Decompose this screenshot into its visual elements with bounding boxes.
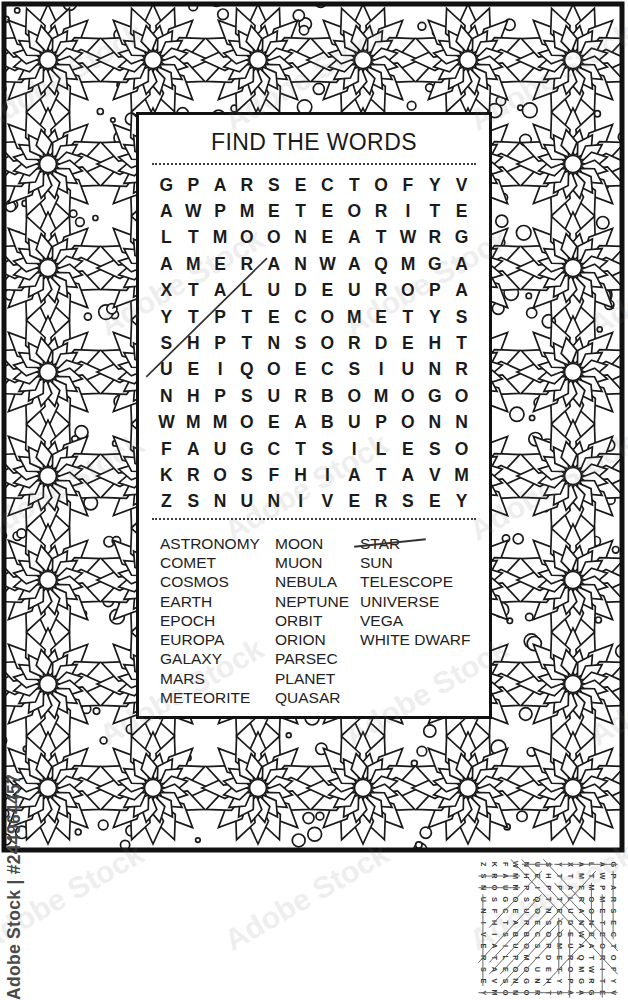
grid-cell: R: [234, 172, 261, 198]
grid-cell: T: [368, 462, 395, 488]
grid-cell: Z: [153, 489, 180, 515]
grid-cell: O: [314, 304, 341, 330]
word-list-item: WHITE DWARF: [360, 630, 489, 649]
grid-cell: U: [234, 489, 261, 515]
word-text: EUROPA: [160, 630, 224, 649]
word-list-item: TELESCOPE: [360, 572, 489, 591]
grid-cell: O: [260, 225, 287, 251]
word-text: STAR: [360, 534, 400, 553]
word-text: NEBULA: [275, 572, 337, 591]
grid-cell: S: [314, 436, 341, 462]
solution-lines: [477, 858, 618, 998]
word-list-column-1: ASTRONOMYCOMETCOSMOSEARTHEPOCHEUROPAGALA…: [160, 534, 275, 707]
grid-cell: C: [314, 172, 341, 198]
word-text: NEPTUNE: [275, 592, 349, 611]
word-list-item: STAR: [360, 534, 489, 553]
word-list-item: EPOCH: [160, 611, 275, 630]
grid-cell: A: [260, 251, 287, 277]
grid-cell: O: [207, 462, 234, 488]
grid-cell: A: [153, 198, 180, 224]
grid-cell: T: [395, 304, 422, 330]
grid-cell: R: [448, 357, 475, 383]
grid-cell: T: [287, 198, 314, 224]
word-list-item: NEPTUNE: [275, 592, 360, 611]
word-text: COMET: [160, 553, 216, 572]
grid-cell: P: [207, 304, 234, 330]
grid-cell: C: [314, 357, 341, 383]
word-text: QUASAR: [275, 688, 340, 707]
grid-cell: G: [153, 172, 180, 198]
grid-cell: R: [368, 278, 395, 304]
grid-cell: W: [395, 225, 422, 251]
grid-cell: E: [260, 410, 287, 436]
grid-cell: D: [368, 330, 395, 356]
grid-cell: O: [395, 383, 422, 409]
word-list-item: UNIVERSE: [360, 592, 489, 611]
grid-cell: A: [153, 251, 180, 277]
grid-cell: M: [180, 251, 207, 277]
grid-cell: E: [448, 198, 475, 224]
grid-cell: U: [207, 436, 234, 462]
word-list-item: ORION: [275, 630, 360, 649]
word-list-item: NEBULA: [275, 572, 360, 591]
word-list-item: METEORITE: [160, 688, 275, 707]
grid-cell: A: [207, 278, 234, 304]
grid-cell: X: [153, 278, 180, 304]
grid-cell: R: [341, 330, 368, 356]
grid-cell: M: [207, 225, 234, 251]
grid-cell: O: [341, 383, 368, 409]
grid-cell: O: [234, 410, 261, 436]
grid-cell: T: [368, 225, 395, 251]
grid-cell: S: [234, 462, 261, 488]
grid-cell: A: [341, 251, 368, 277]
grid-cell: T: [180, 225, 207, 251]
word-list-column-2: MOONMUONNEBULANEPTUNEORBITORIONPARSECPLA…: [275, 534, 360, 707]
grid-cell: N: [287, 225, 314, 251]
grid-cell: R: [234, 251, 261, 277]
grid-cell: I: [341, 436, 368, 462]
grid-cell: Q: [234, 357, 261, 383]
grid-cell: M: [207, 410, 234, 436]
grid-cell: F: [153, 436, 180, 462]
grid-cell: A: [395, 462, 422, 488]
grid-cell: R: [421, 225, 448, 251]
word-list-item: COSMOS: [160, 572, 275, 591]
grid-cell: N: [260, 330, 287, 356]
grid-cell: S: [421, 436, 448, 462]
grid-cell: O: [395, 278, 422, 304]
word-text: ORION: [275, 630, 326, 649]
grid-cell: E: [207, 251, 234, 277]
grid-cell: B: [314, 383, 341, 409]
word-list-item: ORBIT: [275, 611, 360, 630]
grid-cell: E: [368, 304, 395, 330]
grid-cell: R: [368, 198, 395, 224]
grid-cell: E: [260, 198, 287, 224]
grid-cell: O: [368, 172, 395, 198]
word-text: PARSEC: [275, 649, 338, 668]
grid-cell: U: [395, 357, 422, 383]
word-list-item: EARTH: [160, 592, 275, 611]
grid-cell: N: [207, 489, 234, 515]
grid-cell: E: [260, 304, 287, 330]
word-text: MOON: [275, 534, 323, 553]
word-text: PLANET: [275, 669, 335, 688]
word-list-item: ASTRONOMY: [160, 534, 275, 553]
grid-cell: S: [287, 330, 314, 356]
dotted-divider-bottom: [152, 518, 476, 520]
grid-cell: M: [234, 198, 261, 224]
grid-cell: M: [448, 462, 475, 488]
grid-cell: O: [395, 410, 422, 436]
grid-cell: E: [314, 278, 341, 304]
word-list: ASTRONOMYCOMETCOSMOSEARTHEPOCHEUROPAGALA…: [160, 534, 489, 707]
grid-cell: E: [287, 357, 314, 383]
grid-cell: O: [260, 357, 287, 383]
puzzle-panel: FIND THE WORDS GPARSECTOFYVAWPMETEORITEL…: [136, 112, 492, 719]
grid-cell: U: [260, 278, 287, 304]
grid-cell: A: [448, 251, 475, 277]
grid-cell: Y: [421, 172, 448, 198]
grid-cell: F: [260, 462, 287, 488]
grid-cell: O: [314, 330, 341, 356]
grid-cell: G: [234, 436, 261, 462]
word-text: GALAXY: [160, 649, 222, 668]
grid-cell: E: [314, 198, 341, 224]
word-text: METEORITE: [160, 688, 250, 707]
grid-cell: T: [287, 436, 314, 462]
grid-cell: Y: [421, 304, 448, 330]
grid-cell: A: [341, 225, 368, 251]
grid-cell: R: [368, 489, 395, 515]
grid-cell: G: [448, 225, 475, 251]
grid-cell: U: [153, 357, 180, 383]
grid-cell: A: [207, 172, 234, 198]
grid-cell: P: [207, 198, 234, 224]
grid-cell: I: [314, 462, 341, 488]
grid-cell: I: [395, 198, 422, 224]
dotted-divider-top: [152, 163, 476, 165]
word-text: EPOCH: [160, 611, 215, 630]
word-text: ASTRONOMY: [160, 534, 260, 553]
grid-cell: O: [234, 225, 261, 251]
word-text: WHITE DWARF: [360, 630, 471, 649]
word-list-item: MOON: [275, 534, 360, 553]
grid-cell: P: [207, 383, 234, 409]
grid-cell: O: [341, 198, 368, 224]
word-text: VEGA: [360, 611, 403, 630]
grid-cell: M: [180, 410, 207, 436]
grid-cell: D: [287, 278, 314, 304]
grid-cell: H: [421, 330, 448, 356]
grid-cell: Q: [368, 251, 395, 277]
grid-cell: N: [287, 251, 314, 277]
grid-cell: P: [207, 330, 234, 356]
word-list-column-3: STARSUNTELESCOPEUNIVERSEVEGAWHITE DWARF: [360, 534, 489, 707]
grid-cell: E: [180, 357, 207, 383]
word-list-item: SUN: [360, 553, 489, 572]
grid-cell: F: [395, 172, 422, 198]
grid-cell: S: [341, 357, 368, 383]
grid-cell: W: [153, 410, 180, 436]
word-list-item: EUROPA: [160, 630, 275, 649]
grid-cell: S: [234, 383, 261, 409]
puzzle-title: FIND THE WORDS: [139, 128, 489, 156]
grid-cell: G: [421, 251, 448, 277]
grid-cell: T: [341, 172, 368, 198]
grid-cell: E: [287, 172, 314, 198]
grid-cell: N: [421, 357, 448, 383]
grid-cell: G: [421, 383, 448, 409]
grid-cell: L: [234, 278, 261, 304]
coloring-page-word-search: FIND THE WORDS GPARSECTOFYVAWPMETEORITEL…: [0, 0, 628, 1000]
grid-cell: R: [287, 383, 314, 409]
grid-cell: U: [260, 383, 287, 409]
word-list-item: VEGA: [360, 611, 489, 630]
word-text: TELESCOPE: [360, 572, 453, 591]
grid-cell: O: [448, 436, 475, 462]
grid-cell: M: [395, 251, 422, 277]
word-text: UNIVERSE: [360, 592, 439, 611]
grid-cell: B: [314, 410, 341, 436]
grid-cell: T: [234, 330, 261, 356]
grid-cell: N: [448, 410, 475, 436]
grid-cell: H: [180, 330, 207, 356]
grid-cell: C: [260, 436, 287, 462]
grid-cell: V: [421, 462, 448, 488]
grid-cell: M: [341, 304, 368, 330]
grid-cell: N: [153, 383, 180, 409]
grid-cell: I: [287, 489, 314, 515]
grid-cell: T: [180, 278, 207, 304]
word-list-item: MARS: [160, 669, 275, 688]
grid-cell: H: [180, 383, 207, 409]
word-text: ORBIT: [275, 611, 322, 630]
word-text: COSMOS: [160, 572, 229, 591]
grid-cell: I: [368, 357, 395, 383]
word-list-item: GALAXY: [160, 649, 275, 668]
grid-cell: K: [153, 462, 180, 488]
grid-cell: V: [314, 489, 341, 515]
grid-cell: Y: [448, 489, 475, 515]
grid-cell: E: [395, 436, 422, 462]
grid-cell: Y: [153, 304, 180, 330]
word-text: MARS: [160, 669, 205, 688]
grid-cell: A: [341, 462, 368, 488]
grid-cell: W: [180, 198, 207, 224]
grid-cell: R: [180, 462, 207, 488]
grid-cell: P: [368, 410, 395, 436]
grid-cell: E: [395, 330, 422, 356]
grid-cell: T: [421, 198, 448, 224]
grid-cell: P: [180, 172, 207, 198]
grid-cell: S: [153, 330, 180, 356]
grid-cell: U: [341, 410, 368, 436]
grid-cell: O: [448, 383, 475, 409]
word-list-item: PLANET: [275, 669, 360, 688]
grid-cell: H: [287, 462, 314, 488]
grid-cell: E: [421, 489, 448, 515]
grid-cell: A: [180, 436, 207, 462]
grid-cell: A: [287, 410, 314, 436]
word-list-item: PARSEC: [275, 649, 360, 668]
grid-cell: T: [180, 304, 207, 330]
grid-cell: S: [180, 489, 207, 515]
word-list-item: COMET: [160, 553, 275, 572]
word-text: EARTH: [160, 592, 212, 611]
grid-cell: L: [153, 225, 180, 251]
solution-thumbnail: GPARSECTOFYVAWPMETEORITELTMOONEATWRGAMER…: [477, 858, 618, 998]
grid-cell: T: [234, 304, 261, 330]
grid-cell: P: [421, 278, 448, 304]
word-text: SUN: [360, 553, 393, 572]
word-list-item: QUASAR: [275, 688, 360, 707]
grid-cell: V: [448, 172, 475, 198]
grid-cell: W: [314, 251, 341, 277]
grid-cell: T: [448, 330, 475, 356]
grid-cell: S: [448, 304, 475, 330]
word-list-item: MUON: [275, 553, 360, 572]
grid-cell: L: [368, 436, 395, 462]
word-text: MUON: [275, 553, 322, 572]
grid-cell: U: [341, 278, 368, 304]
grid-cell: M: [368, 383, 395, 409]
grid-cell: E: [341, 489, 368, 515]
grid-cell: E: [314, 225, 341, 251]
grid-cell: S: [395, 489, 422, 515]
grid-cell: S: [260, 172, 287, 198]
grid-cell: N: [260, 489, 287, 515]
grid-cell: A: [448, 278, 475, 304]
grid-cell: N: [421, 410, 448, 436]
grid-cell: C: [287, 304, 314, 330]
solution-mini-grid-rotated: GPARSECTOFYVAWPMETEORITELTMOONEATWRGAMER…: [477, 858, 618, 998]
word-search-grid: GPARSECTOFYVAWPMETEORITELTMOONEATWRGAMER…: [153, 172, 475, 515]
grid-cell: I: [207, 357, 234, 383]
puzzle-panel-inner: FIND THE WORDS GPARSECTOFYVAWPMETEORITEL…: [139, 128, 489, 729]
